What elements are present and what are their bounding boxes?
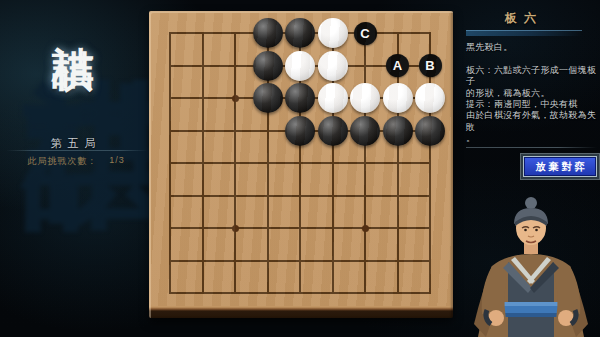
star-point	[232, 225, 239, 232]
app-window: 詰棋 詰棋 第五局 此局挑戰次數： 1/3 CAB 板六 黑先殺白。 板六：六點…	[0, 0, 600, 337]
puzzle-title: 板六	[466, 10, 575, 27]
sidebar-divider	[6, 150, 148, 151]
black-stone	[253, 83, 283, 113]
give-up-button[interactable]: 放棄對弈	[523, 156, 597, 177]
round-label: 第五局	[0, 136, 152, 151]
description-line	[466, 53, 597, 64]
black-stone	[415, 116, 445, 146]
go-board[interactable]: CAB	[149, 11, 453, 318]
black-stone	[285, 116, 315, 146]
attempts-counter: 此局挑戰次數： 1/3	[0, 155, 152, 168]
black-stone	[253, 18, 283, 48]
white-stone	[285, 51, 315, 81]
description-line: 提示：兩邊同型，中央有棋	[466, 99, 597, 110]
description-line: 由於白棋沒有外氣，故劫殺為失敗	[466, 110, 597, 133]
white-stone	[318, 51, 348, 81]
black-stone	[285, 18, 315, 48]
star-point	[232, 95, 239, 102]
panel-divider	[466, 147, 597, 148]
tutor-character-illustration	[462, 196, 600, 337]
black-stone	[318, 116, 348, 146]
attempts-label: 此局挑戰次數：	[27, 155, 97, 168]
white-stone	[415, 83, 445, 113]
description-line: 的形狀，稱為板六。	[466, 88, 597, 99]
white-stone	[350, 83, 380, 113]
choice-marker-b[interactable]: B	[419, 54, 442, 77]
black-stone	[285, 83, 315, 113]
app-title-calligraphy: 詰棋	[50, 12, 97, 20]
choice-marker-a[interactable]: A	[386, 54, 409, 77]
choice-marker-c[interactable]: C	[354, 22, 377, 45]
star-point	[362, 225, 369, 232]
description-line: 黑先殺白。	[466, 42, 597, 53]
white-stone	[318, 83, 348, 113]
description-line: 。	[466, 133, 597, 144]
puzzle-panel: 板六 黑先殺白。 板六：六點或六子形成一個塊板子的形狀，稱為板六。提示：兩邊同型…	[466, 10, 597, 145]
description-line: 板六：六點或六子形成一個塊板子	[466, 65, 597, 88]
black-stone	[253, 51, 283, 81]
stones-layer: CAB	[149, 11, 453, 318]
attempts-value: 1/3	[109, 155, 125, 168]
black-stone	[383, 116, 413, 146]
white-stone	[383, 83, 413, 113]
title-underline	[466, 30, 582, 36]
white-stone	[318, 18, 348, 48]
black-stone	[350, 116, 380, 146]
puzzle-description: 黑先殺白。 板六：六點或六子形成一個塊板子的形狀，稱為板六。提示：兩邊同型，中央…	[466, 42, 597, 145]
